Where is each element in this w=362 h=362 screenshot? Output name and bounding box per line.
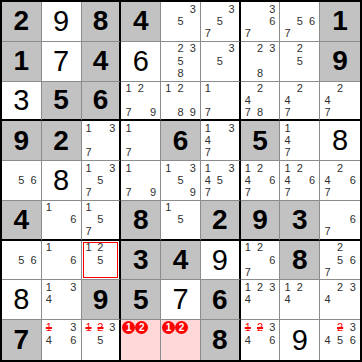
cell-r2c1[interactable]: 1 <box>2 42 42 82</box>
candidate-1: 1 <box>242 162 254 174</box>
candidate-4: 4 <box>43 294 55 306</box>
candidate-5: 5 <box>174 15 186 27</box>
candidate-6: 6 <box>306 15 318 27</box>
candidate-4: 4 <box>281 294 293 306</box>
cell-r9c1[interactable]: 7 <box>2 320 42 360</box>
pencil-marks: 247 <box>281 83 318 119</box>
eliminated-candidate-2: 2 <box>94 321 106 334</box>
candidate-1: 1 <box>43 242 55 254</box>
pencil-marks: 12 <box>122 321 159 359</box>
eliminated-candidate-2: 2 <box>254 321 266 334</box>
cell-r7c4[interactable]: 3 <box>121 241 161 281</box>
candidate-1: 1 <box>202 122 214 134</box>
given-digit: 9 <box>252 206 268 234</box>
candidate-6: 6 <box>346 174 359 186</box>
candidate-1: 1 <box>242 242 254 254</box>
given-digit: 2 <box>14 7 30 35</box>
pencil-marks: 1346 <box>43 321 80 359</box>
cell-r5c4[interactable]: 179 <box>121 161 161 201</box>
pencil-marks: 13457 <box>202 162 238 199</box>
given-digit: 9 <box>93 286 109 314</box>
pencil-marks: 2567 <box>321 242 359 279</box>
pencil-marks: 147 <box>281 122 318 159</box>
eliminated-candidate-2: 2 <box>334 321 347 334</box>
candidate-4: 4 <box>321 174 334 186</box>
cell-r4c3[interactable]: 137 <box>82 121 122 161</box>
pencil-marks: 17 <box>202 83 238 119</box>
cell-r1c3[interactable]: 8 <box>82 2 122 42</box>
pencil-marks: 2358 <box>162 43 199 80</box>
cell-r6c3[interactable]: 157 <box>82 201 122 241</box>
solved-digit: 7 <box>172 285 188 314</box>
given-digit: 7 <box>14 326 30 354</box>
candidate-7: 7 <box>122 187 134 199</box>
cell-r3c4[interactable]: 1279 <box>121 82 161 122</box>
candidate-2: 2 <box>254 281 266 293</box>
candidate-3: 3 <box>187 43 199 55</box>
candidate-2: 2 <box>174 83 186 95</box>
solved-digit: 3 <box>13 86 29 115</box>
given-digit: 8 <box>292 246 308 274</box>
cell-r4c2[interactable]: 2 <box>42 121 82 161</box>
candidate-3: 3 <box>226 43 238 55</box>
pencil-marks: 16 <box>43 242 80 279</box>
pencil-marks: 1267 <box>242 242 279 279</box>
cell-r4c6[interactable]: 1347 <box>201 121 241 161</box>
candidate-4: 4 <box>202 135 214 147</box>
cell-r9c6[interactable]: 8 <box>201 320 241 360</box>
cell-r9c7[interactable]: 12346 <box>241 320 281 360</box>
candidate-8: 8 <box>254 67 266 79</box>
candidate-5: 5 <box>294 15 306 27</box>
candidate-2: 2 <box>294 83 306 95</box>
cell-r4c4[interactable]: 17 <box>121 121 161 161</box>
candidate-1: 1 <box>83 202 95 214</box>
candidate-5: 5 <box>94 174 106 186</box>
candidate-5: 5 <box>174 174 186 186</box>
cell-r4c8[interactable]: 147 <box>280 121 320 161</box>
cell-r6c7[interactable]: 9 <box>241 201 281 241</box>
cell-r7c1[interactable]: 56 <box>2 241 42 281</box>
candidate-4: 4 <box>242 334 254 347</box>
cell-r3c6[interactable]: 17 <box>201 82 241 122</box>
candidate-7: 7 <box>83 147 95 159</box>
sudoku-board: 2984353573675671174623583523825935612791… <box>0 0 362 362</box>
candidate-4: 4 <box>43 334 55 347</box>
pencil-marks: 56 <box>3 162 40 199</box>
cell-r7c2[interactable]: 16 <box>42 241 82 281</box>
cell-r8c2[interactable]: 134 <box>42 280 82 320</box>
candidate-3: 3 <box>187 3 199 15</box>
cell-r9c3[interactable]: 1235 <box>82 320 122 360</box>
candidate-3: 3 <box>266 321 278 334</box>
pencil-marks: 567 <box>281 3 318 40</box>
candidate-4: 4 <box>202 174 214 186</box>
candidate-2: 2 <box>254 43 266 55</box>
cell-r8c5[interactable]: 7 <box>161 280 201 320</box>
pencil-marks: 137 <box>83 122 119 159</box>
solved-digit: 6 <box>133 47 149 76</box>
candidate-3: 3 <box>67 281 79 293</box>
pencil-marks: 357 <box>202 3 238 40</box>
pencil-marks: 157 <box>83 202 119 238</box>
cell-r7c8[interactable]: 8 <box>280 241 320 281</box>
pencil-marks: 134 <box>43 281 80 318</box>
cell-r5c3[interactable]: 1357 <box>82 161 122 201</box>
candidate-6: 6 <box>266 254 278 266</box>
candidate-5: 5 <box>15 254 27 266</box>
pencil-marks: 2467 <box>321 162 359 199</box>
highlighted-candidate-2: 2 <box>175 321 188 334</box>
candidate-7: 7 <box>281 187 293 199</box>
candidate-7: 7 <box>321 106 334 118</box>
candidate-4: 4 <box>281 135 293 147</box>
given-digit: 5 <box>133 286 149 314</box>
candidate-2: 2 <box>334 162 347 174</box>
solved-digit: 8 <box>332 126 348 155</box>
given-digit: 4 <box>173 246 189 274</box>
cell-r9c9[interactable]: 23456 <box>320 320 360 360</box>
candidate-4: 4 <box>281 94 293 106</box>
candidate-1: 1 <box>162 83 174 95</box>
pencil-marks: 124 <box>281 281 318 318</box>
pencil-marks: 12467 <box>281 162 318 199</box>
candidate-1: 1 <box>281 162 293 174</box>
candidate-6: 6 <box>67 334 79 347</box>
cell-r6c2[interactable]: 16 <box>42 201 82 241</box>
cell-r1c6[interactable]: 357 <box>201 2 241 42</box>
cell-r6c6[interactable]: 2 <box>201 201 241 241</box>
cell-r5c6[interactable]: 13457 <box>201 161 241 201</box>
cell-r3c8[interactable]: 247 <box>280 82 320 122</box>
given-digit: 4 <box>93 47 109 75</box>
pencil-marks: 1279 <box>122 83 159 119</box>
candidate-7: 7 <box>83 187 95 199</box>
candidate-7: 7 <box>83 226 95 238</box>
given-digit: 4 <box>133 7 149 35</box>
candidate-6: 6 <box>28 254 40 266</box>
cell-r7c6[interactable]: 9 <box>201 241 241 281</box>
candidate-slot-1: 1 <box>162 321 175 334</box>
pencil-marks: 2478 <box>242 83 279 119</box>
pencil-marks: 15 <box>162 202 199 238</box>
candidate-slot-2: 2 <box>175 321 188 334</box>
candidate-5: 5 <box>334 254 347 266</box>
given-digit: 8 <box>133 206 149 234</box>
candidate-5: 5 <box>334 334 347 347</box>
pencil-marks: 12 <box>162 321 199 359</box>
candidate-7: 7 <box>122 106 134 118</box>
candidate-4: 4 <box>321 334 334 347</box>
candidate-6: 6 <box>28 174 40 186</box>
cell-r8c1[interactable]: 8 <box>2 280 42 320</box>
candidate-1: 1 <box>83 122 95 134</box>
cell-r2c6[interactable]: 35 <box>201 42 241 82</box>
cell-r8c4[interactable]: 5 <box>121 280 161 320</box>
given-digit: 5 <box>252 127 268 155</box>
cell-r5c8[interactable]: 12467 <box>280 161 320 201</box>
cell-r6c1[interactable]: 4 <box>2 201 42 241</box>
cell-r1c7[interactable]: 367 <box>241 2 281 42</box>
cell-r8c8[interactable]: 124 <box>280 280 320 320</box>
candidate-5: 5 <box>294 55 306 67</box>
candidate-7: 7 <box>321 187 334 199</box>
candidate-2: 2 <box>254 242 266 254</box>
cell-r7c7[interactable]: 1267 <box>241 241 281 281</box>
candidate-7: 7 <box>242 106 254 118</box>
given-digit: 6 <box>93 86 109 114</box>
cell-r3c1[interactable]: 3 <box>2 82 42 122</box>
candidate-1: 1 <box>122 83 134 95</box>
cell-r2c2[interactable]: 7 <box>42 42 82 82</box>
candidate-3: 3 <box>346 321 359 334</box>
cell-r1c9[interactable]: 1 <box>320 2 360 42</box>
cell-r8c6[interactable]: 6 <box>201 280 241 320</box>
given-digit: 5 <box>53 86 69 114</box>
candidate-5: 5 <box>94 214 106 226</box>
cell-r9c5[interactable]: 12 <box>161 320 201 360</box>
candidate-5: 5 <box>94 254 106 266</box>
candidate-1: 1 <box>281 281 293 293</box>
given-digit: 2 <box>212 206 228 234</box>
candidate-5: 5 <box>94 334 106 347</box>
cell-r3c7[interactable]: 2478 <box>241 82 281 122</box>
candidate-1: 1 <box>281 122 293 134</box>
cell-r6c5[interactable]: 15 <box>161 201 201 241</box>
given-digit: 6 <box>212 286 228 314</box>
candidate-1: 1 <box>122 162 134 174</box>
given-digit: 9 <box>14 127 30 155</box>
cell-r3c3[interactable]: 6 <box>82 82 122 122</box>
candidate-4: 4 <box>321 94 334 106</box>
highlighted-candidate-1: 1 <box>162 321 175 334</box>
candidate-9: 9 <box>187 106 199 118</box>
candidate-5: 5 <box>214 55 226 67</box>
candidate-2: 2 <box>334 242 347 254</box>
cell-r2c8[interactable]: 25 <box>280 42 320 82</box>
candidate-6: 6 <box>266 15 278 27</box>
candidate-7: 7 <box>202 28 214 40</box>
pencil-marks: 12467 <box>242 162 279 199</box>
candidate-2: 2 <box>254 83 266 95</box>
candidate-1: 1 <box>202 162 214 174</box>
cell-r2c7[interactable]: 238 <box>241 42 281 82</box>
cell-r3c9[interactable]: 247 <box>320 82 360 122</box>
candidate-8: 8 <box>254 106 266 118</box>
cell-r4c9[interactable]: 8 <box>320 121 360 161</box>
solved-digit: 9 <box>212 246 228 275</box>
candidate-7: 7 <box>281 147 293 159</box>
pencil-marks: 367 <box>242 3 279 40</box>
cell-r6c8[interactable]: 3 <box>280 201 320 241</box>
candidate-6: 6 <box>67 214 79 226</box>
candidate-6: 6 <box>346 214 359 226</box>
cell-r9c8[interactable]: 9 <box>280 320 320 360</box>
pencil-marks: 179 <box>122 162 159 199</box>
candidate-3: 3 <box>266 43 278 55</box>
candidate-3: 3 <box>106 321 118 334</box>
given-digit: 3 <box>133 246 149 274</box>
cell-r1c5[interactable]: 35 <box>161 2 201 42</box>
candidate-6: 6 <box>266 334 278 347</box>
candidate-2: 2 <box>334 83 347 95</box>
candidate-3: 3 <box>187 162 199 174</box>
given-digit: 8 <box>93 7 109 35</box>
cell-r8c9[interactable]: 234 <box>320 280 360 320</box>
candidate-9: 9 <box>187 187 199 199</box>
candidate-5: 5 <box>15 174 27 186</box>
pencil-marks: 234 <box>321 281 359 318</box>
pencil-marks: 125 <box>83 242 119 279</box>
candidate-2: 2 <box>294 162 306 174</box>
pencil-marks: 35 <box>202 43 238 80</box>
candidate-4: 4 <box>321 294 334 306</box>
candidate-4: 4 <box>242 174 254 186</box>
pencil-marks: 23456 <box>321 321 359 359</box>
cell-r3c2[interactable]: 5 <box>42 82 82 122</box>
cell-r5c9[interactable]: 2467 <box>320 161 360 201</box>
candidate-slot-2: 2 <box>135 321 148 334</box>
given-digit: 8 <box>212 326 228 354</box>
cell-r4c1[interactable]: 9 <box>2 121 42 161</box>
candidate-3: 3 <box>226 162 238 174</box>
cell-r6c9[interactable]: 67 <box>320 201 360 241</box>
candidate-7: 7 <box>321 266 334 278</box>
cell-r5c1[interactable]: 56 <box>2 161 42 201</box>
cell-r5c7[interactable]: 12467 <box>241 161 281 201</box>
cell-r4c5[interactable]: 6 <box>161 121 201 161</box>
cell-r7c9[interactable]: 2567 <box>320 241 360 281</box>
eliminated-candidate-1: 1 <box>43 321 55 334</box>
cell-r7c5[interactable]: 4 <box>161 241 201 281</box>
given-digit: 4 <box>14 206 30 234</box>
candidate-1: 1 <box>162 202 174 214</box>
cell-r1c8[interactable]: 567 <box>280 2 320 42</box>
candidate-7: 7 <box>321 226 334 238</box>
candidate-4: 4 <box>242 294 254 306</box>
given-digit: 1 <box>332 7 348 35</box>
cell-r1c1[interactable]: 2 <box>2 2 42 42</box>
candidate-1: 1 <box>43 202 55 214</box>
candidate-3: 3 <box>106 162 118 174</box>
given-digit: 9 <box>332 47 348 75</box>
cell-r3c5[interactable]: 1289 <box>161 82 201 122</box>
candidate-7: 7 <box>202 187 214 199</box>
candidate-4: 4 <box>281 174 293 186</box>
pencil-marks: 1289 <box>162 83 199 119</box>
candidate-3: 3 <box>346 281 359 293</box>
candidate-9: 9 <box>147 187 159 199</box>
highlighted-candidate-2: 2 <box>135 321 148 334</box>
cell-r9c4[interactable]: 12 <box>121 320 161 360</box>
given-digit: 6 <box>173 127 189 155</box>
pencil-marks: 1235 <box>83 321 119 359</box>
candidate-7: 7 <box>242 266 254 278</box>
pencil-marks: 247 <box>321 83 359 119</box>
solved-digit: 7 <box>53 47 69 76</box>
cell-r6c4[interactable]: 8 <box>121 201 161 241</box>
cell-r2c3[interactable]: 4 <box>82 42 122 82</box>
solved-digit: 8 <box>13 285 29 314</box>
candidate-7: 7 <box>242 187 254 199</box>
candidate-3: 3 <box>67 321 79 334</box>
pencil-marks: 238 <box>242 43 279 80</box>
given-digit: 1 <box>14 47 30 75</box>
candidate-7: 7 <box>122 147 134 159</box>
candidate-9: 9 <box>147 106 159 118</box>
candidate-3: 3 <box>106 122 118 134</box>
cell-r8c7[interactable]: 1234 <box>241 280 281 320</box>
pencil-marks: 56 <box>3 242 40 279</box>
candidate-1: 1 <box>162 162 174 174</box>
candidate-2: 2 <box>94 242 106 254</box>
pencil-marks: 1234 <box>242 281 279 318</box>
candidate-2: 2 <box>135 83 147 95</box>
candidate-2: 2 <box>294 281 306 293</box>
pencil-marks: 35 <box>162 3 199 40</box>
cell-r1c4[interactable]: 4 <box>121 2 161 42</box>
candidate-7: 7 <box>281 106 293 118</box>
candidate-7: 7 <box>202 106 214 118</box>
candidate-8: 8 <box>174 106 186 118</box>
cell-r2c9[interactable]: 9 <box>320 42 360 82</box>
candidate-2: 2 <box>174 43 186 55</box>
cell-r8c3[interactable]: 9 <box>82 280 122 320</box>
given-digit: 3 <box>292 206 308 234</box>
candidate-slot-1: 1 <box>122 321 135 334</box>
candidate-1: 1 <box>83 162 95 174</box>
candidate-3: 3 <box>266 3 278 15</box>
cell-r1c2[interactable]: 9 <box>42 2 82 42</box>
candidate-3: 3 <box>226 3 238 15</box>
pencil-marks: 1357 <box>83 162 119 199</box>
highlighted-candidate-1: 1 <box>122 321 135 334</box>
candidate-6: 6 <box>67 254 79 266</box>
cell-r2c4[interactable]: 6 <box>121 42 161 82</box>
cell-r9c2[interactable]: 1346 <box>42 320 82 360</box>
candidate-1: 1 <box>43 281 55 293</box>
candidate-1: 1 <box>202 83 214 95</box>
candidate-6: 6 <box>266 174 278 186</box>
candidate-5: 5 <box>214 15 226 27</box>
cell-r4c7[interactable]: 5 <box>241 121 281 161</box>
candidate-5: 5 <box>214 174 226 186</box>
pencil-marks: 12346 <box>242 321 279 359</box>
candidate-1: 1 <box>83 242 95 254</box>
candidate-7: 7 <box>242 28 254 40</box>
candidate-2: 2 <box>254 162 266 174</box>
candidate-6: 6 <box>346 254 359 266</box>
pencil-marks: 1347 <box>202 122 238 159</box>
solved-digit: 9 <box>53 7 69 36</box>
candidate-8: 8 <box>174 67 186 79</box>
solved-digit: 8 <box>53 166 69 195</box>
pencil-marks: 25 <box>281 43 318 80</box>
cell-r2c5[interactable]: 2358 <box>161 42 201 82</box>
pencil-marks: 17 <box>122 122 159 159</box>
candidate-6: 6 <box>346 334 359 347</box>
cell-r5c2[interactable]: 8 <box>42 161 82 201</box>
candidate-5: 5 <box>174 214 186 226</box>
pencil-marks: 16 <box>43 202 80 238</box>
cell-r5c5[interactable]: 1359 <box>161 161 201 201</box>
candidate-1: 1 <box>122 122 134 134</box>
eliminated-candidate-1: 1 <box>242 321 254 334</box>
cell-r7c3[interactable]: 125 <box>82 241 122 281</box>
candidate-1: 1 <box>242 281 254 293</box>
pencil-marks: 1359 <box>162 162 199 199</box>
candidate-2: 2 <box>294 43 306 55</box>
